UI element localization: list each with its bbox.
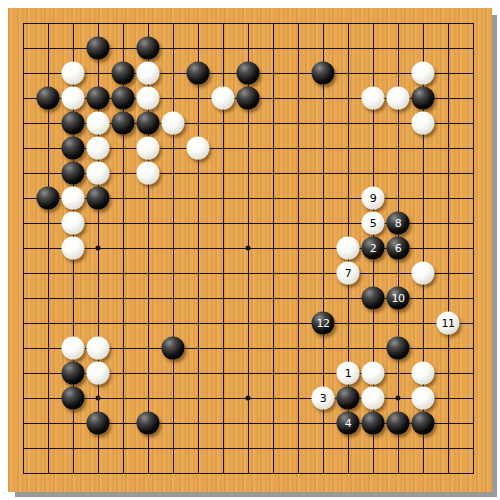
point-J18[interactable]: [211, 36, 236, 61]
point-K15[interactable]: [236, 111, 261, 136]
point-D9[interactable]: [86, 261, 111, 286]
point-P19[interactable]: [361, 11, 386, 36]
point-K2[interactable]: [236, 436, 261, 461]
point-B3[interactable]: [36, 411, 61, 436]
point-T15[interactable]: [461, 111, 486, 136]
point-A19[interactable]: [11, 11, 36, 36]
point-M4[interactable]: [286, 386, 311, 411]
point-Q3[interactable]: [386, 411, 411, 436]
point-T14[interactable]: [461, 136, 486, 161]
point-O1[interactable]: [336, 461, 361, 486]
point-H7[interactable]: [186, 311, 211, 336]
point-R19[interactable]: [411, 11, 436, 36]
point-T2[interactable]: [461, 436, 486, 461]
point-J4[interactable]: [211, 386, 236, 411]
point-R3[interactable]: [411, 411, 436, 436]
point-J17[interactable]: [211, 61, 236, 86]
point-P8[interactable]: [361, 286, 386, 311]
point-K18[interactable]: [236, 36, 261, 61]
point-A15[interactable]: [11, 111, 36, 136]
point-O12[interactable]: [336, 186, 361, 211]
point-E6[interactable]: [111, 336, 136, 361]
point-S15[interactable]: [436, 111, 461, 136]
point-S16[interactable]: [436, 86, 461, 111]
point-T10[interactable]: [461, 236, 486, 261]
point-P9[interactable]: [361, 261, 386, 286]
point-B10[interactable]: [36, 236, 61, 261]
point-C15[interactable]: [61, 111, 86, 136]
point-R5[interactable]: [411, 361, 436, 386]
point-S11[interactable]: [436, 211, 461, 236]
point-F18[interactable]: [136, 36, 161, 61]
point-F4[interactable]: [136, 386, 161, 411]
point-R11[interactable]: [411, 211, 436, 236]
point-S18[interactable]: [436, 36, 461, 61]
point-C12[interactable]: [61, 186, 86, 211]
point-Q4[interactable]: [386, 386, 411, 411]
point-E16[interactable]: [111, 86, 136, 111]
point-M5[interactable]: [286, 361, 311, 386]
point-O19[interactable]: [336, 11, 361, 36]
point-N15[interactable]: [311, 111, 336, 136]
point-B19[interactable]: [36, 11, 61, 36]
point-B12[interactable]: [36, 186, 61, 211]
point-G6[interactable]: [161, 336, 186, 361]
point-O7[interactable]: [336, 311, 361, 336]
point-T17[interactable]: [461, 61, 486, 86]
point-Q15[interactable]: [386, 111, 411, 136]
point-L10[interactable]: [261, 236, 286, 261]
point-G7[interactable]: [161, 311, 186, 336]
point-A6[interactable]: [11, 336, 36, 361]
point-L4[interactable]: [261, 386, 286, 411]
point-F5[interactable]: [136, 361, 161, 386]
point-C1[interactable]: [61, 461, 86, 486]
point-H4[interactable]: [186, 386, 211, 411]
point-G1[interactable]: [161, 461, 186, 486]
point-O8[interactable]: [336, 286, 361, 311]
point-G2[interactable]: [161, 436, 186, 461]
point-D18[interactable]: [86, 36, 111, 61]
point-M3[interactable]: [286, 411, 311, 436]
point-O14[interactable]: [336, 136, 361, 161]
point-A11[interactable]: [11, 211, 36, 236]
point-H10[interactable]: [186, 236, 211, 261]
point-K1[interactable]: [236, 461, 261, 486]
point-T18[interactable]: [461, 36, 486, 61]
point-A1[interactable]: [11, 461, 36, 486]
point-J19[interactable]: [211, 11, 236, 36]
point-S7[interactable]: 11: [436, 311, 461, 336]
point-K7[interactable]: [236, 311, 261, 336]
point-L17[interactable]: [261, 61, 286, 86]
point-K14[interactable]: [236, 136, 261, 161]
point-D4[interactable]: [86, 386, 111, 411]
point-B9[interactable]: [36, 261, 61, 286]
point-F15[interactable]: [136, 111, 161, 136]
point-O4[interactable]: [336, 386, 361, 411]
point-E10[interactable]: [111, 236, 136, 261]
point-K17[interactable]: [236, 61, 261, 86]
point-S9[interactable]: [436, 261, 461, 286]
point-T4[interactable]: [461, 386, 486, 411]
point-H17[interactable]: [186, 61, 211, 86]
point-P7[interactable]: [361, 311, 386, 336]
point-G15[interactable]: [161, 111, 186, 136]
point-O13[interactable]: [336, 161, 361, 186]
point-C9[interactable]: [61, 261, 86, 286]
point-B4[interactable]: [36, 386, 61, 411]
point-J2[interactable]: [211, 436, 236, 461]
point-T9[interactable]: [461, 261, 486, 286]
point-N3[interactable]: [311, 411, 336, 436]
point-H12[interactable]: [186, 186, 211, 211]
point-J8[interactable]: [211, 286, 236, 311]
point-N5[interactable]: [311, 361, 336, 386]
point-P16[interactable]: [361, 86, 386, 111]
point-E11[interactable]: [111, 211, 136, 236]
point-J14[interactable]: [211, 136, 236, 161]
point-L9[interactable]: [261, 261, 286, 286]
point-J16[interactable]: [211, 86, 236, 111]
point-S10[interactable]: [436, 236, 461, 261]
point-M8[interactable]: [286, 286, 311, 311]
point-C4[interactable]: [61, 386, 86, 411]
point-P11[interactable]: 5: [361, 211, 386, 236]
point-M7[interactable]: [286, 311, 311, 336]
point-B13[interactable]: [36, 161, 61, 186]
point-Q13[interactable]: [386, 161, 411, 186]
point-J6[interactable]: [211, 336, 236, 361]
point-D13[interactable]: [86, 161, 111, 186]
point-T8[interactable]: [461, 286, 486, 311]
point-E3[interactable]: [111, 411, 136, 436]
point-K8[interactable]: [236, 286, 261, 311]
point-N17[interactable]: [311, 61, 336, 86]
point-P6[interactable]: [361, 336, 386, 361]
point-G9[interactable]: [161, 261, 186, 286]
point-N11[interactable]: [311, 211, 336, 236]
point-H19[interactable]: [186, 11, 211, 36]
point-H14[interactable]: [186, 136, 211, 161]
point-J11[interactable]: [211, 211, 236, 236]
point-F8[interactable]: [136, 286, 161, 311]
point-T12[interactable]: [461, 186, 486, 211]
point-T7[interactable]: [461, 311, 486, 336]
point-O9[interactable]: 7: [336, 261, 361, 286]
point-O11[interactable]: [336, 211, 361, 236]
point-M1[interactable]: [286, 461, 311, 486]
point-P3[interactable]: [361, 411, 386, 436]
point-D19[interactable]: [86, 11, 111, 36]
point-T6[interactable]: [461, 336, 486, 361]
point-S5[interactable]: [436, 361, 461, 386]
point-G5[interactable]: [161, 361, 186, 386]
point-C7[interactable]: [61, 311, 86, 336]
point-B8[interactable]: [36, 286, 61, 311]
point-J7[interactable]: [211, 311, 236, 336]
point-C13[interactable]: [61, 161, 86, 186]
point-T19[interactable]: [461, 11, 486, 36]
point-H8[interactable]: [186, 286, 211, 311]
point-R4[interactable]: [411, 386, 436, 411]
point-E8[interactable]: [111, 286, 136, 311]
point-B16[interactable]: [36, 86, 61, 111]
point-Q5[interactable]: [386, 361, 411, 386]
point-M11[interactable]: [286, 211, 311, 236]
point-C10[interactable]: [61, 236, 86, 261]
point-P15[interactable]: [361, 111, 386, 136]
point-R12[interactable]: [411, 186, 436, 211]
point-B17[interactable]: [36, 61, 61, 86]
point-R14[interactable]: [411, 136, 436, 161]
point-J10[interactable]: [211, 236, 236, 261]
point-Q17[interactable]: [386, 61, 411, 86]
point-K9[interactable]: [236, 261, 261, 286]
point-H2[interactable]: [186, 436, 211, 461]
point-C2[interactable]: [61, 436, 86, 461]
point-A18[interactable]: [11, 36, 36, 61]
point-C18[interactable]: [61, 36, 86, 61]
point-S13[interactable]: [436, 161, 461, 186]
point-M10[interactable]: [286, 236, 311, 261]
point-K6[interactable]: [236, 336, 261, 361]
point-N9[interactable]: [311, 261, 336, 286]
point-D12[interactable]: [86, 186, 111, 211]
point-M17[interactable]: [286, 61, 311, 86]
point-P18[interactable]: [361, 36, 386, 61]
point-H18[interactable]: [186, 36, 211, 61]
point-B14[interactable]: [36, 136, 61, 161]
point-F7[interactable]: [136, 311, 161, 336]
point-C8[interactable]: [61, 286, 86, 311]
point-O18[interactable]: [336, 36, 361, 61]
point-O2[interactable]: [336, 436, 361, 461]
point-F11[interactable]: [136, 211, 161, 236]
point-T3[interactable]: [461, 411, 486, 436]
point-D2[interactable]: [86, 436, 111, 461]
point-R16[interactable]: [411, 86, 436, 111]
point-K16[interactable]: [236, 86, 261, 111]
point-R10[interactable]: [411, 236, 436, 261]
point-N18[interactable]: [311, 36, 336, 61]
point-S6[interactable]: [436, 336, 461, 361]
point-M15[interactable]: [286, 111, 311, 136]
point-D11[interactable]: [86, 211, 111, 236]
point-L3[interactable]: [261, 411, 286, 436]
point-F16[interactable]: [136, 86, 161, 111]
point-R9[interactable]: [411, 261, 436, 286]
point-J1[interactable]: [211, 461, 236, 486]
point-C17[interactable]: [61, 61, 86, 86]
point-M9[interactable]: [286, 261, 311, 286]
point-F13[interactable]: [136, 161, 161, 186]
point-P1[interactable]: [361, 461, 386, 486]
point-A2[interactable]: [11, 436, 36, 461]
point-G16[interactable]: [161, 86, 186, 111]
point-B7[interactable]: [36, 311, 61, 336]
point-K4[interactable]: [236, 386, 261, 411]
point-H1[interactable]: [186, 461, 211, 486]
point-D3[interactable]: [86, 411, 111, 436]
point-P2[interactable]: [361, 436, 386, 461]
point-O16[interactable]: [336, 86, 361, 111]
point-J3[interactable]: [211, 411, 236, 436]
point-L19[interactable]: [261, 11, 286, 36]
point-E2[interactable]: [111, 436, 136, 461]
point-L16[interactable]: [261, 86, 286, 111]
point-G18[interactable]: [161, 36, 186, 61]
point-O6[interactable]: [336, 336, 361, 361]
point-F14[interactable]: [136, 136, 161, 161]
point-Q12[interactable]: [386, 186, 411, 211]
point-E13[interactable]: [111, 161, 136, 186]
point-L18[interactable]: [261, 36, 286, 61]
point-L13[interactable]: [261, 161, 286, 186]
point-L1[interactable]: [261, 461, 286, 486]
point-R1[interactable]: [411, 461, 436, 486]
point-D1[interactable]: [86, 461, 111, 486]
point-D15[interactable]: [86, 111, 111, 136]
point-N12[interactable]: [311, 186, 336, 211]
point-L14[interactable]: [261, 136, 286, 161]
point-T13[interactable]: [461, 161, 486, 186]
point-S1[interactable]: [436, 461, 461, 486]
point-J12[interactable]: [211, 186, 236, 211]
point-H6[interactable]: [186, 336, 211, 361]
point-N6[interactable]: [311, 336, 336, 361]
point-P12[interactable]: 9: [361, 186, 386, 211]
point-P17[interactable]: [361, 61, 386, 86]
point-P5[interactable]: [361, 361, 386, 386]
point-T16[interactable]: [461, 86, 486, 111]
point-N7[interactable]: 12: [311, 311, 336, 336]
point-N19[interactable]: [311, 11, 336, 36]
point-L7[interactable]: [261, 311, 286, 336]
point-O15[interactable]: [336, 111, 361, 136]
point-B2[interactable]: [36, 436, 61, 461]
point-C19[interactable]: [61, 11, 86, 36]
point-P4[interactable]: [361, 386, 386, 411]
point-J5[interactable]: [211, 361, 236, 386]
point-L6[interactable]: [261, 336, 286, 361]
point-K3[interactable]: [236, 411, 261, 436]
point-O10[interactable]: [336, 236, 361, 261]
point-E5[interactable]: [111, 361, 136, 386]
point-E4[interactable]: [111, 386, 136, 411]
point-Q19[interactable]: [386, 11, 411, 36]
point-Q7[interactable]: [386, 311, 411, 336]
point-L8[interactable]: [261, 286, 286, 311]
point-R2[interactable]: [411, 436, 436, 461]
point-M16[interactable]: [286, 86, 311, 111]
point-D14[interactable]: [86, 136, 111, 161]
point-H16[interactable]: [186, 86, 211, 111]
point-Q6[interactable]: [386, 336, 411, 361]
point-P13[interactable]: [361, 161, 386, 186]
point-N10[interactable]: [311, 236, 336, 261]
point-M13[interactable]: [286, 161, 311, 186]
point-C14[interactable]: [61, 136, 86, 161]
point-D8[interactable]: [86, 286, 111, 311]
point-T5[interactable]: [461, 361, 486, 386]
point-C5[interactable]: [61, 361, 86, 386]
point-A3[interactable]: [11, 411, 36, 436]
point-K5[interactable]: [236, 361, 261, 386]
point-D16[interactable]: [86, 86, 111, 111]
point-R13[interactable]: [411, 161, 436, 186]
point-G14[interactable]: [161, 136, 186, 161]
point-E12[interactable]: [111, 186, 136, 211]
point-A8[interactable]: [11, 286, 36, 311]
point-F9[interactable]: [136, 261, 161, 286]
point-S2[interactable]: [436, 436, 461, 461]
point-B5[interactable]: [36, 361, 61, 386]
point-M2[interactable]: [286, 436, 311, 461]
point-E9[interactable]: [111, 261, 136, 286]
point-K13[interactable]: [236, 161, 261, 186]
point-F19[interactable]: [136, 11, 161, 36]
point-H9[interactable]: [186, 261, 211, 286]
point-A7[interactable]: [11, 311, 36, 336]
point-T1[interactable]: [461, 461, 486, 486]
point-A17[interactable]: [11, 61, 36, 86]
point-B1[interactable]: [36, 461, 61, 486]
point-G19[interactable]: [161, 11, 186, 36]
point-P10[interactable]: 2: [361, 236, 386, 261]
point-J9[interactable]: [211, 261, 236, 286]
point-F3[interactable]: [136, 411, 161, 436]
point-C3[interactable]: [61, 411, 86, 436]
point-K10[interactable]: [236, 236, 261, 261]
point-S17[interactable]: [436, 61, 461, 86]
point-M18[interactable]: [286, 36, 311, 61]
point-L5[interactable]: [261, 361, 286, 386]
point-O3[interactable]: 4: [336, 411, 361, 436]
point-G3[interactable]: [161, 411, 186, 436]
point-L2[interactable]: [261, 436, 286, 461]
point-Q18[interactable]: [386, 36, 411, 61]
point-C16[interactable]: [61, 86, 86, 111]
point-F10[interactable]: [136, 236, 161, 261]
point-C11[interactable]: [61, 211, 86, 236]
point-D5[interactable]: [86, 361, 111, 386]
point-R17[interactable]: [411, 61, 436, 86]
point-G11[interactable]: [161, 211, 186, 236]
point-Q10[interactable]: 6: [386, 236, 411, 261]
point-E14[interactable]: [111, 136, 136, 161]
point-F6[interactable]: [136, 336, 161, 361]
point-E18[interactable]: [111, 36, 136, 61]
point-S8[interactable]: [436, 286, 461, 311]
point-B6[interactable]: [36, 336, 61, 361]
point-N2[interactable]: [311, 436, 336, 461]
go-board[interactable]: 958267101211134: [8, 8, 492, 492]
point-Q16[interactable]: [386, 86, 411, 111]
point-R8[interactable]: [411, 286, 436, 311]
point-R7[interactable]: [411, 311, 436, 336]
point-A13[interactable]: [11, 161, 36, 186]
point-C6[interactable]: [61, 336, 86, 361]
point-P14[interactable]: [361, 136, 386, 161]
point-D17[interactable]: [86, 61, 111, 86]
point-A16[interactable]: [11, 86, 36, 111]
point-J15[interactable]: [211, 111, 236, 136]
point-N13[interactable]: [311, 161, 336, 186]
point-A12[interactable]: [11, 186, 36, 211]
point-Q2[interactable]: [386, 436, 411, 461]
point-M19[interactable]: [286, 11, 311, 36]
